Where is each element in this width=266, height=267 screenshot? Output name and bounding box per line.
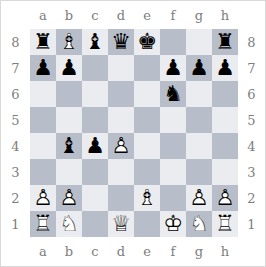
square-b2[interactable]: ♟♙ bbox=[56, 185, 82, 211]
file-label-top-f: f bbox=[160, 1, 186, 29]
square-h1[interactable]: ♜♖ bbox=[212, 211, 238, 237]
square-b7[interactable]: ♟ bbox=[56, 55, 82, 81]
square-h6[interactable] bbox=[212, 81, 238, 107]
square-a7[interactable]: ♟ bbox=[30, 55, 56, 81]
file-label-top-h: h bbox=[212, 1, 238, 29]
chess-diagram: abcdefgh8♜♝♗♝♛♚♜87♟♟♟♟♟76♞6554♝♟♟♙4332♟♙… bbox=[0, 0, 266, 267]
square-a2[interactable]: ♟♙ bbox=[30, 185, 56, 211]
square-e5[interactable] bbox=[134, 107, 160, 133]
rank-label-right-3: 3 bbox=[238, 159, 265, 185]
white-piece-outline-layer: ♗ bbox=[56, 29, 82, 55]
square-a4[interactable] bbox=[30, 133, 56, 159]
rank-label-right-6: 6 bbox=[238, 81, 265, 107]
file-label-bottom-h: h bbox=[212, 237, 238, 266]
square-e3[interactable] bbox=[134, 159, 160, 185]
square-h4[interactable] bbox=[212, 133, 238, 159]
chess-board: abcdefgh8♜♝♗♝♛♚♜87♟♟♟♟♟76♞6554♝♟♟♙4332♟♙… bbox=[1, 1, 265, 266]
rank-label-left-8: 8 bbox=[1, 29, 30, 55]
white-piece-outline-layer: ♕ bbox=[108, 211, 134, 237]
piece-black-rook: ♜ bbox=[30, 29, 56, 55]
square-e2[interactable]: ♝♗ bbox=[134, 185, 160, 211]
rank-label-right-4: 4 bbox=[238, 133, 265, 159]
file-label-top-c: c bbox=[82, 1, 108, 29]
piece-white-rook: ♜♖ bbox=[212, 211, 238, 237]
square-c3[interactable] bbox=[82, 159, 108, 185]
square-c1[interactable] bbox=[82, 211, 108, 237]
square-e8[interactable]: ♚ bbox=[134, 29, 160, 55]
square-f2[interactable] bbox=[160, 185, 186, 211]
piece-black-bishop: ♝ bbox=[56, 133, 82, 159]
file-label-bottom-d: d bbox=[108, 237, 134, 266]
square-d8[interactable]: ♛ bbox=[108, 29, 134, 55]
white-piece-outline-layer: ♙ bbox=[108, 133, 134, 159]
white-piece-outline-layer: ♙ bbox=[212, 185, 238, 211]
rank-label-left-1: 1 bbox=[1, 211, 30, 237]
corner-spacer bbox=[238, 237, 265, 266]
square-g8[interactable] bbox=[186, 29, 212, 55]
white-piece-outline-layer: ♙ bbox=[56, 185, 82, 211]
piece-white-bishop: ♝♗ bbox=[56, 29, 82, 55]
square-g7[interactable]: ♟ bbox=[186, 55, 212, 81]
square-d6[interactable] bbox=[108, 81, 134, 107]
square-d5[interactable] bbox=[108, 107, 134, 133]
square-e1[interactable] bbox=[134, 211, 160, 237]
file-label-top-e: e bbox=[134, 1, 160, 29]
square-c5[interactable] bbox=[82, 107, 108, 133]
square-a3[interactable] bbox=[30, 159, 56, 185]
piece-black-pawn: ♟ bbox=[212, 55, 238, 81]
file-label-bottom-c: c bbox=[82, 237, 108, 266]
rank-label-left-7: 7 bbox=[1, 55, 30, 81]
square-f8[interactable] bbox=[160, 29, 186, 55]
white-piece-outline-layer: ♖ bbox=[30, 211, 56, 237]
square-b8[interactable]: ♝♗ bbox=[56, 29, 82, 55]
rank-label-right-2: 2 bbox=[238, 185, 265, 211]
square-h5[interactable] bbox=[212, 107, 238, 133]
square-a6[interactable] bbox=[30, 81, 56, 107]
rank-label-left-4: 4 bbox=[1, 133, 30, 159]
rank-label-right-5: 5 bbox=[238, 107, 265, 133]
file-label-top-d: d bbox=[108, 1, 134, 29]
piece-black-bishop: ♝ bbox=[82, 29, 108, 55]
square-h3[interactable] bbox=[212, 159, 238, 185]
square-b4[interactable]: ♝ bbox=[56, 133, 82, 159]
file-label-bottom-b: b bbox=[56, 237, 82, 266]
file-label-bottom-f: f bbox=[160, 237, 186, 266]
square-d4[interactable]: ♟♙ bbox=[108, 133, 134, 159]
corner-spacer bbox=[1, 1, 30, 29]
piece-white-pawn: ♟♙ bbox=[212, 185, 238, 211]
square-f1[interactable]: ♚♔ bbox=[160, 211, 186, 237]
rank-label-left-2: 2 bbox=[1, 185, 30, 211]
square-d2[interactable] bbox=[108, 185, 134, 211]
file-label-top-b: b bbox=[56, 1, 82, 29]
white-piece-outline-layer: ♘ bbox=[186, 211, 212, 237]
square-g3[interactable] bbox=[186, 159, 212, 185]
rank-label-right-1: 1 bbox=[238, 211, 265, 237]
square-g5[interactable] bbox=[186, 107, 212, 133]
white-piece-outline-layer: ♔ bbox=[160, 211, 186, 237]
white-piece-outline-layer: ♙ bbox=[30, 185, 56, 211]
square-g2[interactable]: ♟♙ bbox=[186, 185, 212, 211]
square-g6[interactable] bbox=[186, 81, 212, 107]
file-label-bottom-g: g bbox=[186, 237, 212, 266]
square-b5[interactable] bbox=[56, 107, 82, 133]
square-f4[interactable] bbox=[160, 133, 186, 159]
square-d1[interactable]: ♛♕ bbox=[108, 211, 134, 237]
file-label-top-a: a bbox=[30, 1, 56, 29]
rank-label-left-3: 3 bbox=[1, 159, 30, 185]
piece-black-pawn: ♟ bbox=[56, 55, 82, 81]
square-f5[interactable] bbox=[160, 107, 186, 133]
piece-white-pawn: ♟♙ bbox=[56, 185, 82, 211]
rank-label-right-7: 7 bbox=[238, 55, 265, 81]
square-h7[interactable]: ♟ bbox=[212, 55, 238, 81]
square-a8[interactable]: ♜ bbox=[30, 29, 56, 55]
square-b1[interactable]: ♞♘ bbox=[56, 211, 82, 237]
piece-black-rook: ♜ bbox=[212, 29, 238, 55]
piece-white-bishop: ♝♗ bbox=[134, 185, 160, 211]
square-h8[interactable]: ♜ bbox=[212, 29, 238, 55]
square-g4[interactable] bbox=[186, 133, 212, 159]
square-b6[interactable] bbox=[56, 81, 82, 107]
square-c7[interactable] bbox=[82, 55, 108, 81]
piece-black-pawn: ♟ bbox=[160, 55, 186, 81]
square-e6[interactable] bbox=[134, 81, 160, 107]
white-piece-outline-layer: ♘ bbox=[56, 211, 82, 237]
corner-spacer bbox=[1, 237, 30, 266]
white-piece-outline-layer: ♗ bbox=[134, 185, 160, 211]
square-c4[interactable]: ♟ bbox=[82, 133, 108, 159]
white-piece-outline-layer: ♖ bbox=[212, 211, 238, 237]
square-f3[interactable] bbox=[160, 159, 186, 185]
square-f6[interactable]: ♞ bbox=[160, 81, 186, 107]
piece-white-pawn: ♟♙ bbox=[186, 185, 212, 211]
rank-label-left-5: 5 bbox=[1, 107, 30, 133]
piece-black-pawn: ♟ bbox=[186, 55, 212, 81]
piece-white-knight: ♞♘ bbox=[56, 211, 82, 237]
square-f7[interactable]: ♟ bbox=[160, 55, 186, 81]
corner-spacer bbox=[238, 1, 265, 29]
piece-white-pawn: ♟♙ bbox=[108, 133, 134, 159]
piece-black-king: ♚ bbox=[134, 29, 160, 55]
file-label-bottom-a: a bbox=[30, 237, 56, 266]
square-c8[interactable]: ♝ bbox=[82, 29, 108, 55]
square-e7[interactable] bbox=[134, 55, 160, 81]
white-piece-outline-layer: ♙ bbox=[186, 185, 212, 211]
piece-white-pawn: ♟♙ bbox=[30, 185, 56, 211]
square-g1[interactable]: ♞♘ bbox=[186, 211, 212, 237]
rank-label-left-6: 6 bbox=[1, 81, 30, 107]
square-b3[interactable] bbox=[56, 159, 82, 185]
file-label-bottom-e: e bbox=[134, 237, 160, 266]
piece-black-pawn: ♟ bbox=[82, 133, 108, 159]
piece-white-king: ♚♔ bbox=[160, 211, 186, 237]
piece-black-queen: ♛ bbox=[108, 29, 134, 55]
square-a1[interactable]: ♜♖ bbox=[30, 211, 56, 237]
square-a5[interactable] bbox=[30, 107, 56, 133]
piece-white-rook: ♜♖ bbox=[30, 211, 56, 237]
square-d7[interactable] bbox=[108, 55, 134, 81]
piece-white-queen: ♛♕ bbox=[108, 211, 134, 237]
square-c6[interactable] bbox=[82, 81, 108, 107]
piece-white-knight: ♞♘ bbox=[186, 211, 212, 237]
square-c2[interactable] bbox=[82, 185, 108, 211]
square-h2[interactable]: ♟♙ bbox=[212, 185, 238, 211]
piece-black-pawn: ♟ bbox=[30, 55, 56, 81]
file-label-top-g: g bbox=[186, 1, 212, 29]
rank-label-right-8: 8 bbox=[238, 29, 265, 55]
piece-black-knight: ♞ bbox=[160, 81, 186, 107]
square-e4[interactable] bbox=[134, 133, 160, 159]
square-d3[interactable] bbox=[108, 159, 134, 185]
